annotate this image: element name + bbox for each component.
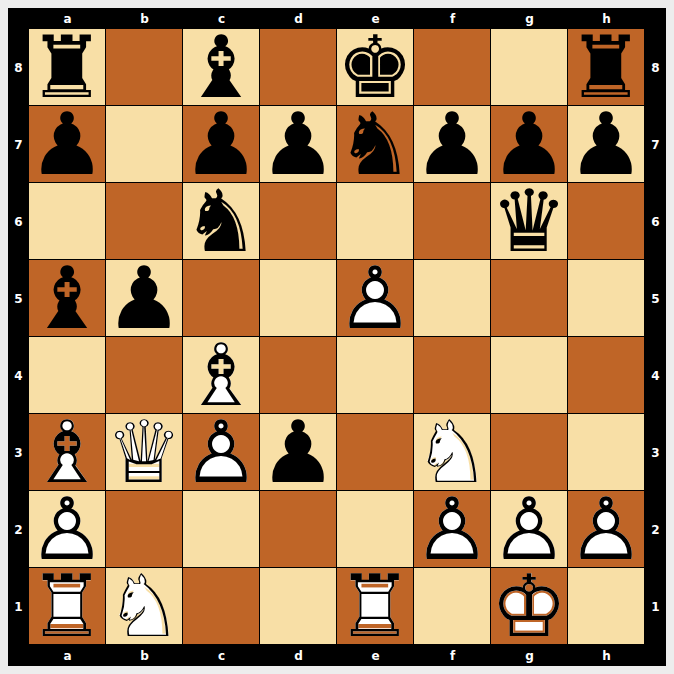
rank-label-3: 3 [8,414,29,491]
square-d1[interactable] [260,568,336,644]
square-d7[interactable]: ♟ [260,106,336,182]
file-label-e: e [337,8,414,29]
file-label-c: c [183,8,260,29]
square-f3[interactable]: ♞♘ [414,414,490,490]
square-h5[interactable] [568,260,644,336]
square-a7[interactable]: ♟ [29,106,105,182]
white-piece-outline-glyph: ♗ [29,414,105,490]
square-f6[interactable] [414,183,490,259]
square-c8[interactable]: ♝ [183,29,259,105]
black-piece-glyph: ♟ [260,414,336,490]
square-a5[interactable]: ♝ [29,260,105,336]
square-b3[interactable]: ♛♕ [106,414,182,490]
black-piece-glyph: ♝ [183,29,259,105]
black-piece-glyph: ♟ [414,106,490,182]
square-c7[interactable]: ♟ [183,106,259,182]
square-c1[interactable] [183,568,259,644]
rank-label-2: 2 [8,491,29,568]
square-d3[interactable]: ♟ [260,414,336,490]
black-piece-glyph: ♜ [568,29,644,105]
square-h8[interactable]: ♜ [568,29,644,105]
rank-label-5: 5 [645,260,666,337]
black-piece-glyph: ♚ [337,29,413,105]
black-pawn-d3[interactable]: ♟ [260,414,336,490]
white-bishop-a3[interactable]: ♝♗ [29,414,105,490]
square-h7[interactable]: ♟ [568,106,644,182]
black-knight-e7[interactable]: ♞ [337,106,413,182]
black-pawn-h7[interactable]: ♟ [568,106,644,182]
white-pawn-c3[interactable]: ♟♙ [183,414,259,490]
white-piece-outline-glyph: ♕ [106,414,182,490]
rank-label-2: 2 [645,491,666,568]
black-bishop-a5[interactable]: ♝ [29,260,105,336]
white-piece-outline-glyph: ♙ [29,491,105,567]
rank-label-3: 3 [645,414,666,491]
square-c2[interactable] [183,491,259,567]
square-b6[interactable] [106,183,182,259]
black-piece-glyph: ♝ [29,260,105,336]
square-c4[interactable]: ♝♗ [183,337,259,413]
square-g8[interactable] [491,29,567,105]
file-labels-bottom: abcdefgh [29,645,645,666]
rank-label-8: 8 [645,29,666,106]
black-piece-glyph: ♜ [29,29,105,105]
square-b2[interactable] [106,491,182,567]
file-label-f: f [414,8,491,29]
square-g5[interactable] [491,260,567,336]
square-e2[interactable] [337,491,413,567]
rank-label-1: 1 [8,568,29,645]
square-a1[interactable]: ♜♖ [29,568,105,644]
file-label-e: e [337,645,414,666]
square-b1[interactable]: ♞♘ [106,568,182,644]
rank-label-6: 6 [8,183,29,260]
file-label-a: a [29,645,106,666]
black-rook-a8[interactable]: ♜ [29,29,105,105]
black-piece-glyph: ♞ [183,183,259,259]
white-bishop-c4[interactable]: ♝♗ [183,337,259,413]
square-a4[interactable] [29,337,105,413]
square-g7[interactable]: ♟ [491,106,567,182]
rank-label-4: 4 [645,337,666,414]
square-e4[interactable] [337,337,413,413]
square-d5[interactable] [260,260,336,336]
square-g4[interactable] [491,337,567,413]
white-piece-outline-glyph: ♖ [29,568,105,644]
square-f4[interactable] [414,337,490,413]
file-label-a: a [29,8,106,29]
rank-label-7: 7 [8,106,29,183]
file-label-g: g [491,645,568,666]
square-e3[interactable] [337,414,413,490]
white-piece-outline-glyph: ♙ [568,491,644,567]
white-king-g1[interactable]: ♚♔ [491,568,567,644]
black-pawn-b5[interactable]: ♟ [106,260,182,336]
white-piece-outline-glyph: ♗ [183,337,259,413]
white-pawn-f2[interactable]: ♟♙ [414,491,490,567]
file-label-d: d [260,645,337,666]
white-piece-outline-glyph: ♔ [491,568,567,644]
square-c5[interactable] [183,260,259,336]
black-piece-glyph: ♟ [183,106,259,182]
white-piece-outline-glyph: ♖ [337,568,413,644]
square-e7[interactable]: ♞ [337,106,413,182]
square-h3[interactable] [568,414,644,490]
square-g3[interactable] [491,414,567,490]
chess-board: ♜♝♚♜♟♟♟♞♟♟♟♞♛♝♟♟♙♝♗♝♗♛♕♟♙♟♞♘♟♙♟♙♟♙♟♙♜♖♞♘… [29,29,645,645]
rank-labels-left: 87654321 [8,29,29,645]
rank-label-6: 6 [645,183,666,260]
white-piece-outline-glyph: ♙ [183,414,259,490]
black-piece-glyph: ♛ [491,183,567,259]
rank-labels-right: 87654321 [645,29,666,645]
black-piece-glyph: ♟ [568,106,644,182]
square-f8[interactable] [414,29,490,105]
square-c6[interactable]: ♞ [183,183,259,259]
square-h6[interactable] [568,183,644,259]
square-e1[interactable]: ♜♖ [337,568,413,644]
file-label-g: g [491,8,568,29]
square-f5[interactable] [414,260,490,336]
square-a3[interactable]: ♝♗ [29,414,105,490]
file-label-c: c [183,645,260,666]
white-queen-b3[interactable]: ♛♕ [106,414,182,490]
black-pawn-g7[interactable]: ♟ [491,106,567,182]
square-a6[interactable] [29,183,105,259]
black-piece-glyph: ♟ [106,260,182,336]
black-pawn-a7[interactable]: ♟ [29,106,105,182]
board-frame: abcdefgh abcdefgh 87654321 87654321 ♜♝♚♜… [8,8,666,666]
file-label-d: d [260,8,337,29]
square-b4[interactable] [106,337,182,413]
square-b8[interactable] [106,29,182,105]
black-pawn-f7[interactable]: ♟ [414,106,490,182]
black-piece-glyph: ♞ [337,106,413,182]
square-b7[interactable] [106,106,182,182]
file-label-h: h [568,645,645,666]
white-piece-outline-glyph: ♙ [491,491,567,567]
square-g2[interactable]: ♟♙ [491,491,567,567]
file-label-h: h [568,8,645,29]
file-label-b: b [106,8,183,29]
file-label-f: f [414,645,491,666]
white-pawn-g2[interactable]: ♟♙ [491,491,567,567]
black-bishop-c8[interactable]: ♝ [183,29,259,105]
square-b5[interactable]: ♟ [106,260,182,336]
rank-label-8: 8 [8,29,29,106]
square-d2[interactable] [260,491,336,567]
square-f2[interactable]: ♟♙ [414,491,490,567]
chess-diagram: abcdefgh abcdefgh 87654321 87654321 ♜♝♚♜… [0,0,674,674]
square-a8[interactable]: ♜ [29,29,105,105]
square-e8[interactable]: ♚ [337,29,413,105]
square-h1[interactable] [568,568,644,644]
white-pawn-e5[interactable]: ♟♙ [337,260,413,336]
black-queen-g6[interactable]: ♛ [491,183,567,259]
square-g6[interactable]: ♛ [491,183,567,259]
black-pawn-d7[interactable]: ♟ [260,106,336,182]
black-piece-glyph: ♟ [491,106,567,182]
rank-label-5: 5 [8,260,29,337]
white-knight-f3[interactable]: ♞♘ [414,414,490,490]
white-piece-outline-glyph: ♙ [414,491,490,567]
white-rook-a1[interactable]: ♜♖ [29,568,105,644]
white-rook-e1[interactable]: ♜♖ [337,568,413,644]
square-f1[interactable] [414,568,490,644]
black-rook-h8[interactable]: ♜ [568,29,644,105]
square-f7[interactable]: ♟ [414,106,490,182]
white-pawn-h2[interactable]: ♟♙ [568,491,644,567]
rank-label-4: 4 [8,337,29,414]
square-h2[interactable]: ♟♙ [568,491,644,567]
white-piece-outline-glyph: ♘ [106,568,182,644]
square-e6[interactable] [337,183,413,259]
file-label-b: b [106,645,183,666]
square-c3[interactable]: ♟♙ [183,414,259,490]
file-labels-top: abcdefgh [29,8,645,29]
black-piece-glyph: ♟ [260,106,336,182]
black-knight-c6[interactable]: ♞ [183,183,259,259]
black-pawn-c7[interactable]: ♟ [183,106,259,182]
square-d8[interactable] [260,29,336,105]
black-piece-glyph: ♟ [29,106,105,182]
white-pawn-a2[interactable]: ♟♙ [29,491,105,567]
square-e5[interactable]: ♟♙ [337,260,413,336]
rank-label-7: 7 [645,106,666,183]
white-piece-outline-glyph: ♙ [337,260,413,336]
square-d6[interactable] [260,183,336,259]
square-h4[interactable] [568,337,644,413]
square-g1[interactable]: ♚♔ [491,568,567,644]
white-knight-b1[interactable]: ♞♘ [106,568,182,644]
square-d4[interactable] [260,337,336,413]
black-king-e8[interactable]: ♚ [337,29,413,105]
rank-label-1: 1 [645,568,666,645]
white-piece-outline-glyph: ♘ [414,414,490,490]
square-a2[interactable]: ♟♙ [29,491,105,567]
